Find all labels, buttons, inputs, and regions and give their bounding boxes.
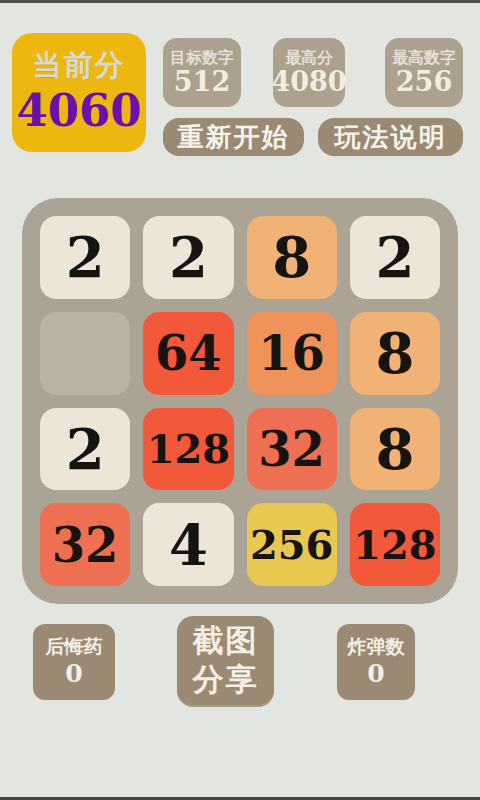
best-number-value: 256 bbox=[396, 67, 452, 97]
share-label-line1: 截图 bbox=[193, 622, 259, 661]
tile-32-r4c1: 32 bbox=[40, 503, 130, 586]
undo-button[interactable]: 后悔药 0 bbox=[33, 624, 115, 700]
share-label-line2: 分享 bbox=[193, 661, 259, 700]
best-number-card: 最高数字 256 bbox=[385, 38, 463, 107]
tile-8-r3c4: 8 bbox=[350, 408, 440, 491]
undo-count: 0 bbox=[65, 659, 82, 689]
top-edge-line bbox=[0, 0, 480, 3]
tile-8-r2c4: 8 bbox=[350, 312, 440, 395]
empty-cell-r2c1 bbox=[40, 312, 130, 395]
tile-64-r2c2: 64 bbox=[143, 312, 233, 395]
tile-2-r1c1: 2 bbox=[40, 216, 130, 299]
best-score-card: 最高分 4080 bbox=[273, 38, 345, 107]
tile-8-r1c3: 8 bbox=[247, 216, 337, 299]
best-score-label: 最高分 bbox=[285, 48, 333, 67]
app-screen: 当前分 4060 目标数字 512 最高分 4080 最高数字 256 重新开始… bbox=[0, 0, 480, 800]
tile-16-r2c3: 16 bbox=[247, 312, 337, 395]
tile-2-r1c2: 2 bbox=[143, 216, 233, 299]
tile-128-r3c2: 128 bbox=[143, 408, 233, 491]
restart-button[interactable]: 重新开始 bbox=[163, 118, 304, 156]
current-score-label: 当前分 bbox=[33, 50, 126, 82]
how-to-play-button[interactable]: 玩法说明 bbox=[318, 118, 463, 156]
target-number-label: 目标数字 bbox=[170, 48, 234, 67]
current-score-card: 当前分 4060 bbox=[12, 33, 146, 152]
tile-2-r3c1: 2 bbox=[40, 408, 130, 491]
best-score-value: 4080 bbox=[271, 67, 346, 97]
bomb-count-button[interactable]: 炸弹数 0 bbox=[337, 624, 415, 700]
bomb-label: 炸弹数 bbox=[348, 635, 405, 660]
target-number-card: 目标数字 512 bbox=[163, 38, 241, 107]
screenshot-share-button[interactable]: 截图 分享 bbox=[177, 616, 274, 705]
tile-128-r4c4: 128 bbox=[350, 503, 440, 586]
tile-256-r4c3: 256 bbox=[247, 503, 337, 586]
current-score-value: 4060 bbox=[16, 86, 141, 136]
game-board[interactable]: 2282641682128328324256128 bbox=[22, 198, 458, 604]
best-number-label: 最高数字 bbox=[392, 48, 456, 67]
undo-label: 后悔药 bbox=[46, 635, 103, 660]
tile-2-r1c4: 2 bbox=[350, 216, 440, 299]
tile-32-r3c3: 32 bbox=[247, 408, 337, 491]
tile-4-r4c2: 4 bbox=[143, 503, 233, 586]
bomb-count: 0 bbox=[367, 659, 384, 689]
target-number-value: 512 bbox=[174, 67, 230, 97]
